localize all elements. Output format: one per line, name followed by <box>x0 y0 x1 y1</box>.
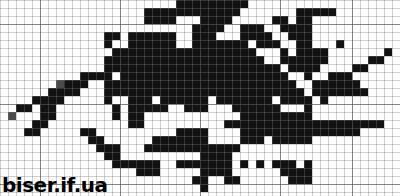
stitch-cell <box>264 96 272 104</box>
stitch-cell <box>288 88 296 96</box>
stitch-cell <box>208 8 216 16</box>
stitch-cell <box>112 48 120 56</box>
stitch-cell <box>184 96 192 104</box>
stitch-cell <box>112 32 120 40</box>
stitch-cell <box>32 96 40 104</box>
stitch-cell <box>192 8 200 16</box>
stitch-cell <box>304 32 312 40</box>
stitch-cell <box>160 32 168 40</box>
stitch-cell <box>104 56 112 64</box>
stitch-cell <box>24 128 32 136</box>
stitch-cell <box>72 80 80 88</box>
stitch-cell <box>272 80 280 88</box>
stitch-cell <box>384 48 392 56</box>
stitch-cell <box>112 160 120 168</box>
stitch-cell <box>144 80 152 88</box>
stitch-cells-layer <box>0 0 400 196</box>
stitch-cell <box>288 176 296 184</box>
stitch-cell <box>200 56 208 64</box>
stitch-cell <box>352 80 360 88</box>
stitch-cell <box>256 160 264 168</box>
stitch-cell <box>304 168 312 176</box>
stitch-cell <box>104 80 112 88</box>
stitch-cell <box>56 80 64 88</box>
stitch-cell <box>176 0 184 8</box>
stitch-cell <box>152 48 160 56</box>
stitch-cell <box>200 128 208 136</box>
stitch-cell <box>376 56 384 64</box>
stitch-cell <box>192 80 200 88</box>
stitch-cell <box>128 104 136 112</box>
stitch-cell <box>184 64 192 72</box>
stitch-cell <box>160 96 168 104</box>
stitch-cell <box>224 88 232 96</box>
stitch-cell <box>176 64 184 72</box>
stitch-cell <box>240 88 248 96</box>
stitch-cell <box>128 80 136 88</box>
stitch-cell <box>304 128 312 136</box>
stitch-cell <box>280 120 288 128</box>
stitch-cell <box>312 128 320 136</box>
stitch-cell <box>304 112 312 120</box>
stitch-cell <box>120 72 128 80</box>
stitch-cell <box>144 72 152 80</box>
stitch-cell <box>208 88 216 96</box>
stitch-cell <box>112 88 120 96</box>
stitch-cell <box>128 32 136 40</box>
stitch-cell <box>136 160 144 168</box>
stitch-cell <box>104 64 112 72</box>
stitch-cell <box>192 88 200 96</box>
stitch-cell <box>224 96 232 104</box>
stitch-cell <box>40 96 48 104</box>
stitch-cell <box>168 72 176 80</box>
stitch-cell <box>128 88 136 96</box>
stitch-cell <box>240 48 248 56</box>
stitch-cell <box>152 8 160 16</box>
stitch-cell <box>248 120 256 128</box>
stitch-cell <box>184 48 192 56</box>
stitch-cell <box>296 40 304 48</box>
stitch-cell <box>144 48 152 56</box>
stitch-cell <box>280 56 288 64</box>
stitch-cell <box>224 152 232 160</box>
stitch-cell <box>200 0 208 8</box>
stitch-cell <box>200 64 208 72</box>
stitch-cell <box>216 56 224 64</box>
stitch-cell <box>240 136 248 144</box>
stitch-cell <box>152 104 160 112</box>
stitch-cell <box>168 16 176 24</box>
stitch-cell <box>208 72 216 80</box>
stitch-cell <box>248 24 256 32</box>
stitch-cell <box>256 40 264 48</box>
stitch-cell <box>304 176 312 184</box>
stitch-cell <box>296 176 304 184</box>
stitch-cell <box>336 72 344 80</box>
stitch-cell <box>320 88 328 96</box>
stitch-cell <box>256 80 264 88</box>
stitch-cell <box>168 32 176 40</box>
stitch-cell <box>32 120 40 128</box>
stitch-cell <box>288 96 296 104</box>
stitch-cell <box>200 24 208 32</box>
stitch-cell <box>360 88 368 96</box>
stitch-cell <box>296 120 304 128</box>
stitch-cell <box>152 72 160 80</box>
stitch-cell <box>192 56 200 64</box>
stitch-cell <box>112 152 120 160</box>
stitch-cell <box>216 24 224 32</box>
stitch-cell <box>192 128 200 136</box>
stitch-cell <box>256 88 264 96</box>
stitch-cell <box>48 96 56 104</box>
stitch-cell <box>200 168 208 176</box>
stitch-cell <box>328 128 336 136</box>
stitch-cell <box>136 104 144 112</box>
stitch-cell <box>176 72 184 80</box>
stitch-cell <box>256 112 264 120</box>
stitch-cell <box>280 80 288 88</box>
stitch-cell <box>192 0 200 8</box>
stitch-cell <box>232 8 240 16</box>
stitch-cell <box>312 80 320 88</box>
stitch-cell <box>256 64 264 72</box>
stitch-cell <box>120 64 128 72</box>
stitch-cell <box>192 136 200 144</box>
stitch-cell <box>224 0 232 8</box>
stitch-cell <box>352 64 360 72</box>
stitch-cell <box>152 80 160 88</box>
stitch-cell <box>296 8 304 16</box>
stitch-cell <box>288 64 296 72</box>
stitch-cell <box>264 120 272 128</box>
stitch-cell <box>352 120 360 128</box>
stitch-cell <box>176 80 184 88</box>
stitch-cell <box>176 48 184 56</box>
stitch-cell <box>112 80 120 88</box>
stitch-cell <box>216 96 224 104</box>
stitch-cell <box>280 136 288 144</box>
stitch-cell <box>304 160 312 168</box>
stitch-cell <box>344 88 352 96</box>
stitch-cell <box>152 64 160 72</box>
stitch-cell <box>256 24 264 32</box>
stitch-cell <box>184 144 192 152</box>
pattern-grid: biser.if.ua <box>0 0 400 196</box>
stitch-cell <box>128 40 136 48</box>
stitch-cell <box>88 72 96 80</box>
stitch-cell <box>160 80 168 88</box>
stitch-cell <box>232 48 240 56</box>
stitch-cell <box>200 32 208 40</box>
stitch-cell <box>64 88 72 96</box>
stitch-cell <box>208 56 216 64</box>
stitch-cell <box>200 48 208 56</box>
stitch-cell <box>264 64 272 72</box>
stitch-cell <box>200 88 208 96</box>
stitch-cell <box>160 88 168 96</box>
stitch-cell <box>240 160 248 168</box>
stitch-cell <box>200 40 208 48</box>
stitch-cell <box>144 40 152 48</box>
stitch-cell <box>200 8 208 16</box>
stitch-cell <box>208 40 216 48</box>
stitch-cell <box>304 136 312 144</box>
stitch-cell <box>304 8 312 16</box>
stitch-cell <box>40 112 48 120</box>
stitch-cell <box>296 88 304 96</box>
stitch-cell <box>128 160 136 168</box>
stitch-cell <box>64 80 72 88</box>
stitch-cell <box>304 48 312 56</box>
stitch-cell <box>288 112 296 120</box>
stitch-cell <box>40 120 48 128</box>
stitch-cell <box>288 160 296 168</box>
stitch-cell <box>200 176 208 184</box>
stitch-cell <box>208 64 216 72</box>
stitch-cell <box>128 120 136 128</box>
stitch-cell <box>48 104 56 112</box>
stitch-cell <box>144 96 152 104</box>
stitch-cell <box>192 160 200 168</box>
stitch-cell <box>256 136 264 144</box>
stitch-cell <box>336 80 344 88</box>
stitch-cell <box>184 72 192 80</box>
stitch-cell <box>304 16 312 24</box>
stitch-cell <box>256 72 264 80</box>
stitch-cell <box>272 112 280 120</box>
stitch-cell <box>104 88 112 96</box>
stitch-cell <box>160 40 168 48</box>
stitch-cell <box>200 104 208 112</box>
stitch-cell <box>96 136 104 144</box>
stitch-cell <box>296 56 304 64</box>
stitch-cell <box>112 112 120 120</box>
stitch-cell <box>248 56 256 64</box>
stitch-cell <box>192 104 200 112</box>
stitch-cell <box>320 96 328 104</box>
stitch-cell <box>104 144 112 152</box>
stitch-cell <box>136 112 144 120</box>
stitch-cell <box>144 88 152 96</box>
stitch-cell <box>160 104 168 112</box>
stitch-cell <box>336 40 344 48</box>
stitch-cell <box>56 88 64 96</box>
stitch-cell <box>216 168 224 176</box>
stitch-cell <box>224 48 232 56</box>
stitch-cell <box>312 8 320 16</box>
stitch-cell <box>136 96 144 104</box>
stitch-cell <box>320 128 328 136</box>
stitch-cell <box>264 104 272 112</box>
stitch-cell <box>192 96 200 104</box>
stitch-cell <box>176 136 184 144</box>
stitch-cell <box>328 8 336 16</box>
stitch-cell <box>256 104 264 112</box>
stitch-cell <box>336 88 344 96</box>
stitch-cell <box>296 96 304 104</box>
stitch-cell <box>112 104 120 112</box>
stitch-cell <box>120 48 128 56</box>
stitch-cell <box>328 72 336 80</box>
stitch-cell <box>256 32 264 40</box>
stitch-cell <box>224 120 232 128</box>
stitch-cell <box>232 176 240 184</box>
stitch-cell <box>288 168 296 176</box>
stitch-cell <box>288 24 296 32</box>
stitch-cell <box>232 104 240 112</box>
stitch-cell <box>264 128 272 136</box>
stitch-cell <box>224 168 232 176</box>
stitch-cell <box>152 168 160 176</box>
stitch-cell <box>376 120 384 128</box>
stitch-cell <box>208 16 216 24</box>
stitch-cell <box>304 56 312 64</box>
stitch-cell <box>240 80 248 88</box>
stitch-cell <box>280 168 288 176</box>
stitch-cell <box>216 40 224 48</box>
stitch-cell <box>296 168 304 176</box>
stitch-cell <box>288 136 296 144</box>
stitch-cell <box>232 88 240 96</box>
stitch-cell <box>160 16 168 24</box>
stitch-cell <box>224 8 232 16</box>
stitch-cell <box>136 72 144 80</box>
stitch-cell <box>312 64 320 72</box>
stitch-cell <box>224 80 232 88</box>
stitch-cell <box>112 144 120 152</box>
stitch-cell <box>312 56 320 64</box>
stitch-cell <box>224 160 232 168</box>
stitch-cell <box>296 32 304 40</box>
stitch-cell <box>8 112 16 120</box>
stitch-cell <box>48 88 56 96</box>
stitch-cell <box>320 80 328 88</box>
stitch-cell <box>304 96 312 104</box>
stitch-cell <box>360 120 368 128</box>
stitch-cell <box>312 120 320 128</box>
stitch-cell <box>224 40 232 48</box>
stitch-cell <box>280 72 288 80</box>
stitch-cell <box>216 64 224 72</box>
stitch-cell <box>128 112 136 120</box>
stitch-cell <box>168 136 176 144</box>
stitch-cell <box>272 64 280 72</box>
stitch-cell <box>200 96 208 104</box>
stitch-cell <box>192 72 200 80</box>
stitch-cell <box>288 56 296 64</box>
stitch-cell <box>328 88 336 96</box>
stitch-cell <box>368 120 376 128</box>
stitch-cell <box>160 8 168 16</box>
stitch-cell <box>224 72 232 80</box>
stitch-cell <box>168 48 176 56</box>
stitch-cell <box>192 40 200 48</box>
stitch-cell <box>216 8 224 16</box>
stitch-cell <box>200 136 208 144</box>
stitch-cell <box>112 64 120 72</box>
stitch-cell <box>96 72 104 80</box>
stitch-cell <box>320 48 328 56</box>
stitch-cell <box>248 112 256 120</box>
stitch-cell <box>136 88 144 96</box>
stitch-cell <box>176 96 184 104</box>
stitch-cell <box>304 104 312 112</box>
stitch-cell <box>120 88 128 96</box>
stitch-cell <box>168 144 176 152</box>
stitch-cell <box>104 32 112 40</box>
stitch-cell <box>240 128 248 136</box>
stitch-cell <box>144 160 152 168</box>
stitch-cell <box>16 104 24 112</box>
stitch-cell <box>184 136 192 144</box>
stitch-cell <box>344 72 352 80</box>
stitch-cell <box>192 48 200 56</box>
stitch-cell <box>256 128 264 136</box>
stitch-cell <box>240 96 248 104</box>
stitch-cell <box>144 104 152 112</box>
stitch-cell <box>352 128 360 136</box>
stitch-cell <box>232 144 240 152</box>
stitch-cell <box>296 136 304 144</box>
stitch-cell <box>160 48 168 56</box>
stitch-cell <box>136 120 144 128</box>
stitch-cell <box>192 144 200 152</box>
stitch-cell <box>152 88 160 96</box>
stitch-cell <box>272 72 280 80</box>
stitch-cell <box>232 40 240 48</box>
stitch-cell <box>168 88 176 96</box>
stitch-cell <box>232 80 240 88</box>
stitch-cell <box>152 160 160 168</box>
stitch-cell <box>328 120 336 128</box>
stitch-cell <box>176 128 184 136</box>
stitch-cell <box>272 128 280 136</box>
stitch-cell <box>288 128 296 136</box>
stitch-cell <box>184 128 192 136</box>
stitch-cell <box>360 64 368 72</box>
stitch-cell <box>32 128 40 136</box>
stitch-cell <box>192 24 200 32</box>
stitch-cell <box>192 32 200 40</box>
stitch-cell <box>152 56 160 64</box>
stitch-cell <box>296 16 304 24</box>
stitch-cell <box>96 144 104 152</box>
stitch-cell <box>104 40 112 48</box>
stitch-cell <box>240 24 248 32</box>
stitch-cell <box>168 64 176 72</box>
stitch-cell <box>152 32 160 40</box>
stitch-cell <box>264 72 272 80</box>
stitch-cell <box>280 160 288 168</box>
stitch-cell <box>320 8 328 16</box>
stitch-cell <box>216 16 224 24</box>
stitch-cell <box>168 80 176 88</box>
stitch-cell <box>144 144 152 152</box>
stitch-cell <box>80 72 88 80</box>
stitch-cell <box>160 72 168 80</box>
stitch-cell <box>232 72 240 80</box>
stitch-cell <box>208 168 216 176</box>
stitch-cell <box>200 80 208 88</box>
stitch-cell <box>280 128 288 136</box>
stitch-cell <box>144 168 152 176</box>
stitch-cell <box>312 88 320 96</box>
stitch-cell <box>40 104 48 112</box>
stitch-cell <box>256 120 264 128</box>
stitch-cell <box>176 160 184 168</box>
